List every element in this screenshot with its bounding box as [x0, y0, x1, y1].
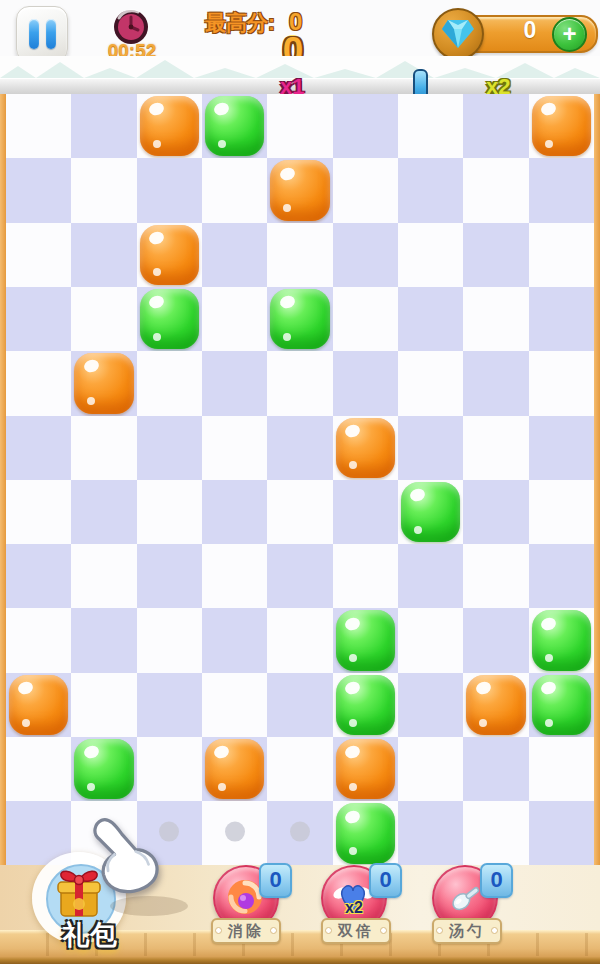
board-cell[interactable]: [71, 544, 136, 608]
powerup-spoon-count: 0: [480, 863, 513, 898]
board-cell[interactable]: [333, 223, 398, 287]
board-cell[interactable]: [529, 223, 594, 287]
board-cell[interactable]: [71, 223, 136, 287]
board-cell[interactable]: [267, 737, 332, 801]
board-cell[interactable]: [137, 287, 202, 351]
hint-dot: [290, 821, 310, 841]
board-cell[interactable]: [71, 673, 136, 737]
board-area: [0, 94, 600, 930]
board-cell[interactable]: [6, 416, 71, 480]
board-cell[interactable]: [202, 158, 267, 222]
board-cell[interactable]: [267, 480, 332, 544]
board-cell[interactable]: [333, 737, 398, 801]
board-cell[interactable]: [463, 351, 528, 415]
candy-green[interactable]: [205, 96, 264, 156]
board-cell[interactable]: [463, 480, 528, 544]
board-cell[interactable]: [202, 416, 267, 480]
board-cell[interactable]: [202, 544, 267, 608]
hint-dot: [225, 821, 245, 841]
board-cell[interactable]: [202, 287, 267, 351]
powerup-double-label-text: 双倍: [338, 922, 374, 941]
board-cell[interactable]: [529, 416, 594, 480]
board-cell[interactable]: [463, 737, 528, 801]
board-cell[interactable]: [267, 608, 332, 672]
board-cell[interactable]: [267, 287, 332, 351]
board-cell[interactable]: [333, 94, 398, 158]
board-cell[interactable]: [333, 608, 398, 672]
board-cell[interactable]: [463, 94, 528, 158]
game-screen: 00:52 最高分: 0 0 0 + x1 x2: [0, 0, 600, 964]
board-cell[interactable]: [71, 416, 136, 480]
board-cell[interactable]: [202, 480, 267, 544]
board-cell[interactable]: [267, 94, 332, 158]
board-cell[interactable]: [333, 158, 398, 222]
board-cell[interactable]: [463, 223, 528, 287]
board-cell[interactable]: [71, 608, 136, 672]
board-cell[interactable]: [6, 287, 71, 351]
board-cell[interactable]: [267, 673, 332, 737]
candy-orange[interactable]: [205, 739, 264, 799]
board-cell[interactable]: [529, 801, 594, 865]
candy-orange[interactable]: [270, 160, 329, 220]
candy-green[interactable]: [336, 803, 395, 863]
tutorial-hand-cursor-icon: [86, 816, 178, 904]
powerup-double-count: 0: [369, 863, 402, 898]
board-cell[interactable]: [529, 480, 594, 544]
board-cell[interactable]: [267, 801, 332, 865]
board-cell[interactable]: [398, 608, 463, 672]
board-right-rail: [593, 94, 600, 930]
powerup-eliminate-count: 0: [259, 863, 292, 898]
candy-orange[interactable]: [140, 225, 199, 285]
candy-green[interactable]: [336, 675, 395, 735]
board-cell[interactable]: [463, 544, 528, 608]
powerup-eliminate-label: 消除: [211, 918, 281, 944]
board-cell[interactable]: [529, 158, 594, 222]
board-cell[interactable]: [6, 158, 71, 222]
board-cell[interactable]: [398, 673, 463, 737]
board-cell[interactable]: [333, 544, 398, 608]
board-cell[interactable]: [267, 223, 332, 287]
board-cell[interactable]: [202, 737, 267, 801]
board-cell[interactable]: [333, 673, 398, 737]
board-cell[interactable]: [6, 223, 71, 287]
board-cell[interactable]: [71, 480, 136, 544]
board-cell[interactable]: [202, 351, 267, 415]
diamond-count: 0: [500, 17, 560, 44]
candy-green[interactable]: [140, 289, 199, 349]
board-cell[interactable]: [529, 673, 594, 737]
board-cell[interactable]: [137, 223, 202, 287]
candy-orange[interactable]: [466, 675, 525, 735]
board-cell[interactable]: [463, 416, 528, 480]
candy-green[interactable]: [532, 610, 591, 670]
board-cell[interactable]: [6, 673, 71, 737]
candy-orange[interactable]: [532, 96, 591, 156]
gift-label: 礼包: [42, 917, 138, 953]
board-cell[interactable]: [137, 351, 202, 415]
board-cell[interactable]: [267, 416, 332, 480]
board-cell[interactable]: [398, 223, 463, 287]
board-cell[interactable]: [6, 544, 71, 608]
board-cell[interactable]: [529, 737, 594, 801]
candy-green[interactable]: [270, 289, 329, 349]
board-cell[interactable]: [137, 416, 202, 480]
candy-green[interactable]: [401, 482, 460, 542]
board-cell[interactable]: [398, 416, 463, 480]
board-cell[interactable]: [333, 801, 398, 865]
board-cell[interactable]: [71, 287, 136, 351]
board-cell[interactable]: [71, 158, 136, 222]
board-cell[interactable]: [529, 544, 594, 608]
candy-orange[interactable]: [9, 675, 68, 735]
board-cell[interactable]: [333, 480, 398, 544]
board-cell[interactable]: [463, 608, 528, 672]
board-cell[interactable]: [463, 158, 528, 222]
candy-orange[interactable]: [74, 353, 133, 413]
board-cell[interactable]: [202, 673, 267, 737]
board-cell[interactable]: [71, 94, 136, 158]
board-cell[interactable]: [398, 480, 463, 544]
game-board[interactable]: [6, 94, 594, 930]
board-cell[interactable]: [137, 480, 202, 544]
board-cell[interactable]: [333, 416, 398, 480]
diamond-icon: [432, 8, 484, 60]
board-cell[interactable]: [202, 94, 267, 158]
board-cell[interactable]: [398, 158, 463, 222]
board-cell[interactable]: [137, 737, 202, 801]
candy-green[interactable]: [532, 675, 591, 735]
add-diamonds-button[interactable]: +: [552, 17, 587, 52]
board-cell[interactable]: [202, 608, 267, 672]
board-cell[interactable]: [529, 94, 594, 158]
board-cell[interactable]: [398, 737, 463, 801]
board-cell[interactable]: [267, 158, 332, 222]
candy-green[interactable]: [336, 610, 395, 670]
board-cell[interactable]: [6, 737, 71, 801]
board-cell[interactable]: [6, 608, 71, 672]
powerup-double-label: 双倍: [321, 918, 391, 944]
candy-orange[interactable]: [336, 739, 395, 799]
board-cell[interactable]: [137, 608, 202, 672]
board-cell[interactable]: [71, 351, 136, 415]
board-cell[interactable]: [137, 544, 202, 608]
double-x2-text: x2: [323, 899, 385, 917]
board-cell[interactable]: [202, 801, 267, 865]
board-cell[interactable]: [398, 544, 463, 608]
powerup-spoon-label: 汤勺: [432, 918, 502, 944]
board-cell[interactable]: [529, 608, 594, 672]
board-cell[interactable]: [6, 94, 71, 158]
board-cell[interactable]: [398, 801, 463, 865]
board-cell[interactable]: [398, 94, 463, 158]
board-cell[interactable]: [202, 223, 267, 287]
board-cell[interactable]: [529, 287, 594, 351]
board-cell[interactable]: [398, 287, 463, 351]
pause-button[interactable]: [16, 6, 68, 62]
powerup-eliminate-label-text: 消除: [228, 922, 264, 941]
board-cell[interactable]: [529, 351, 594, 415]
candy-green[interactable]: [74, 739, 133, 799]
board-cell[interactable]: [398, 351, 463, 415]
board-cell[interactable]: [6, 480, 71, 544]
board-cell[interactable]: [463, 287, 528, 351]
board-cell[interactable]: [463, 673, 528, 737]
pause-icon: [29, 19, 39, 49]
board-cell[interactable]: [333, 287, 398, 351]
board-cell[interactable]: [6, 351, 71, 415]
board-cell[interactable]: [71, 737, 136, 801]
board-cell[interactable]: [333, 351, 398, 415]
board-cell[interactable]: [463, 801, 528, 865]
powerup-spoon-label-text: 汤勺: [449, 922, 485, 941]
board-cell[interactable]: [137, 673, 202, 737]
board-cell[interactable]: [137, 94, 202, 158]
pause-icon: [46, 19, 56, 49]
candy-orange[interactable]: [140, 96, 199, 156]
candy-orange[interactable]: [336, 418, 395, 478]
spoon-icon: [444, 877, 484, 921]
board-cell[interactable]: [267, 544, 332, 608]
board-cell[interactable]: [267, 351, 332, 415]
board-cell[interactable]: [137, 158, 202, 222]
